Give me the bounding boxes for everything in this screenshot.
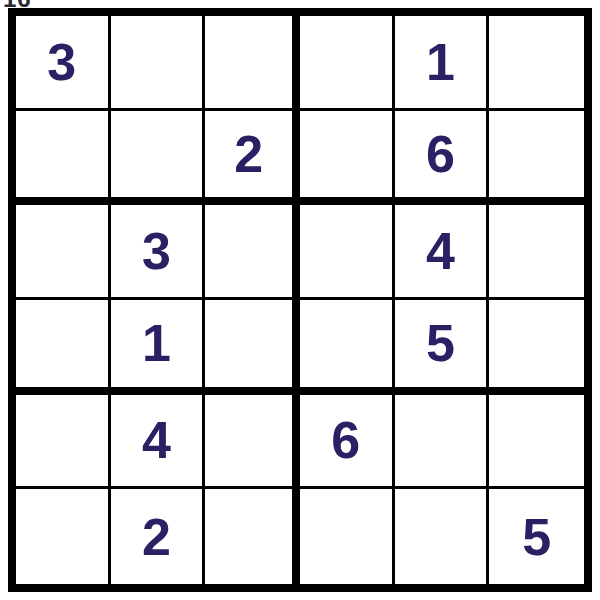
cell-r4c2[interactable]: 1 [111,300,206,395]
cell-r6c3[interactable] [205,489,300,584]
cell-r5c1[interactable] [16,395,111,490]
page-number-text: 16 [3,0,32,8]
cell-r1c5[interactable]: 1 [395,16,490,111]
cell-r6c6[interactable]: 5 [489,489,584,584]
cell-r4c5[interactable]: 5 [395,300,490,395]
cell-r5c2[interactable]: 4 [111,395,206,490]
page-number-partial: 16 [3,0,32,8]
cell-r5c4[interactable]: 6 [300,395,395,490]
cell-r3c2[interactable]: 3 [111,205,206,300]
sudoku-board: 312634154625 [8,8,592,592]
cell-r3c6[interactable] [489,205,584,300]
cell-r2c2[interactable] [111,111,206,206]
cell-r2c4[interactable] [300,111,395,206]
cell-r3c3[interactable] [205,205,300,300]
cell-r2c6[interactable] [489,111,584,206]
cell-r3c1[interactable] [16,205,111,300]
cell-r6c2[interactable]: 2 [111,489,206,584]
cell-r4c1[interactable] [16,300,111,395]
cell-r5c6[interactable] [489,395,584,490]
cell-r3c5[interactable]: 4 [395,205,490,300]
cell-r1c1[interactable]: 3 [16,16,111,111]
cell-r1c4[interactable] [300,16,395,111]
sudoku-page: 16 312634154625 [0,0,600,600]
cell-r2c3[interactable]: 2 [205,111,300,206]
cell-r2c1[interactable] [16,111,111,206]
cell-r5c3[interactable] [205,395,300,490]
cell-r2c5[interactable]: 6 [395,111,490,206]
cell-r1c6[interactable] [489,16,584,111]
cell-r4c4[interactable] [300,300,395,395]
cell-r3c4[interactable] [300,205,395,300]
cell-r1c3[interactable] [205,16,300,111]
cell-r5c5[interactable] [395,395,490,490]
cell-r1c2[interactable] [111,16,206,111]
cell-r6c4[interactable] [300,489,395,584]
cell-r4c3[interactable] [205,300,300,395]
cell-r6c5[interactable] [395,489,490,584]
cell-r6c1[interactable] [16,489,111,584]
cell-r4c6[interactable] [489,300,584,395]
